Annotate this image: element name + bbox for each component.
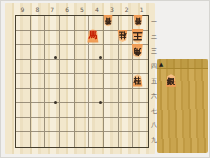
board-cell[interactable] [45, 60, 60, 75]
rank-label: 二 [149, 30, 159, 45]
board-cell[interactable] [89, 74, 104, 89]
board-cell[interactable] [60, 16, 75, 31]
board-cell[interactable] [60, 132, 75, 147]
board-cell[interactable] [45, 16, 60, 31]
board-cell[interactable] [89, 60, 104, 75]
board-cell[interactable] [45, 31, 60, 46]
file-label: 8 [30, 5, 45, 15]
board-cell[interactable] [104, 45, 119, 60]
board-cell[interactable] [75, 45, 90, 60]
board-cell[interactable] [31, 74, 46, 89]
board-cell[interactable] [60, 103, 75, 118]
file-label: 1 [134, 5, 149, 15]
rank-label: 一 [149, 15, 159, 30]
board-cell[interactable] [75, 103, 90, 118]
board-cell[interactable] [75, 74, 90, 89]
board-cell[interactable] [16, 132, 31, 147]
board-cell[interactable] [75, 31, 90, 46]
board-cell[interactable] [119, 132, 134, 147]
board-cell[interactable] [133, 60, 148, 75]
board-cell[interactable] [104, 132, 119, 147]
file-labels: 987654321 [15, 5, 149, 15]
board-cell[interactable] [31, 45, 46, 60]
board-cell[interactable] [16, 89, 31, 104]
board-cell[interactable] [16, 74, 31, 89]
board-cell[interactable] [89, 118, 104, 133]
board-cell[interactable] [119, 45, 134, 60]
file-label: 2 [119, 5, 134, 15]
board-cell[interactable] [60, 74, 75, 89]
board-cell[interactable] [45, 132, 60, 147]
board-cell[interactable] [75, 89, 90, 104]
board-cell[interactable] [104, 118, 119, 133]
file-label: 6 [60, 5, 75, 15]
board-cell[interactable] [16, 60, 31, 75]
board-cell[interactable] [31, 31, 46, 46]
board-cell[interactable] [104, 74, 119, 89]
board-cell[interactable] [75, 60, 90, 75]
board-cell[interactable] [45, 45, 60, 60]
shogi-widget: 987654321 一二三四五六七八九 ▲ 香香馬桂王角桂銀 [0, 0, 210, 158]
board-cell[interactable] [45, 74, 60, 89]
board-cell[interactable] [104, 103, 119, 118]
file-label: 9 [15, 5, 30, 15]
board-cell[interactable] [104, 60, 119, 75]
board-cell[interactable] [60, 118, 75, 133]
board-cell[interactable] [45, 118, 60, 133]
file-label: 7 [45, 5, 60, 15]
board-cell[interactable] [119, 118, 134, 133]
board-cell[interactable] [89, 16, 104, 31]
hand-tray: ▲ [157, 59, 208, 153]
board-cell[interactable] [133, 118, 148, 133]
board-grid [15, 15, 149, 148]
board-cell[interactable] [89, 132, 104, 147]
board-cell[interactable] [133, 132, 148, 147]
board-cell[interactable] [31, 103, 46, 118]
board-cell[interactable] [75, 118, 90, 133]
board-cell[interactable] [16, 45, 31, 60]
board-cell[interactable] [119, 16, 134, 31]
star-point [99, 56, 102, 59]
board-cell[interactable] [60, 89, 75, 104]
board-cell[interactable] [104, 31, 119, 46]
board-cell[interactable] [16, 16, 31, 31]
board-cell[interactable] [16, 31, 31, 46]
board-cell[interactable] [45, 89, 60, 104]
board-cell[interactable] [104, 89, 119, 104]
rank-label: 三 [149, 45, 159, 60]
board-cell[interactable] [119, 103, 134, 118]
shogi-board: 987654321 一二三四五六七八九 [5, 3, 155, 154]
board-cell[interactable] [60, 60, 75, 75]
board-cell[interactable] [31, 132, 46, 147]
hand-tray-header: ▲ [157, 59, 208, 69]
board-cell[interactable] [60, 45, 75, 60]
board-cell[interactable] [16, 103, 31, 118]
board-cell[interactable] [31, 118, 46, 133]
file-label: 3 [104, 5, 119, 15]
board-cell[interactable] [119, 74, 134, 89]
board-cell[interactable] [31, 60, 46, 75]
star-point [54, 101, 57, 104]
board-cell[interactable] [31, 89, 46, 104]
star-point [99, 101, 102, 104]
board-cell[interactable] [119, 60, 134, 75]
board-cell[interactable] [45, 103, 60, 118]
board-cell[interactable] [133, 89, 148, 104]
sente-triangle-icon: ▲ [159, 59, 163, 69]
file-label: 4 [89, 5, 104, 15]
board-cell[interactable] [75, 132, 90, 147]
board-cell[interactable] [133, 103, 148, 118]
board-cell[interactable] [119, 89, 134, 104]
board-cell[interactable] [31, 16, 46, 31]
board-cell[interactable] [75, 16, 90, 31]
file-label: 5 [75, 5, 90, 15]
board-cell[interactable] [89, 103, 104, 118]
board-cell[interactable] [60, 31, 75, 46]
board-cell[interactable] [16, 118, 31, 133]
